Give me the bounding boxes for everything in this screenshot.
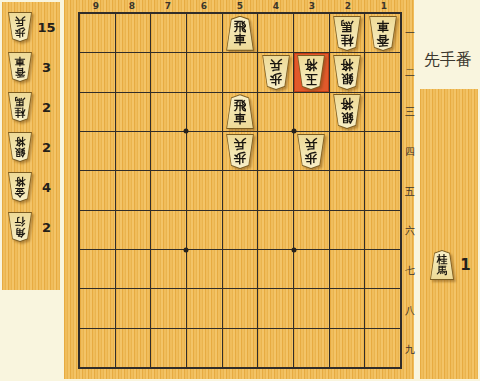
shogi-board: 987654321 飛車桂馬香車歩兵玉将銀将飛車銀将歩兵歩兵 一二三四五六七八九 xyxy=(64,0,414,379)
square-9-7[interactable] xyxy=(80,250,115,288)
rank-label-5: 五 xyxy=(404,185,416,199)
square-3-6[interactable] xyxy=(294,211,329,249)
gote-gold-piece[interactable]: 金将 xyxy=(7,172,33,202)
file-label-8: 8 xyxy=(114,0,150,12)
square-7-9[interactable] xyxy=(151,329,186,367)
square-8-1[interactable] xyxy=(116,14,151,52)
gote-knight-piece[interactable]: 桂馬 xyxy=(7,92,33,122)
square-7-8[interactable] xyxy=(151,289,186,327)
square-8-7[interactable] xyxy=(116,250,151,288)
square-6-2[interactable] xyxy=(187,53,222,91)
gote-hand-bishop-count: 2 xyxy=(33,220,60,235)
gote-hand-tray: 歩兵15香車3桂馬2銀将2金将4角行2 xyxy=(2,2,60,290)
piece-kanji: 飛車 xyxy=(226,17,254,50)
gote-silver-piece[interactable]: 銀将 xyxy=(332,94,362,129)
square-7-7[interactable] xyxy=(151,250,186,288)
square-1-8[interactable] xyxy=(365,289,400,327)
gote-silver-piece[interactable]: 銀将 xyxy=(332,55,362,90)
square-7-1[interactable] xyxy=(151,14,186,52)
square-3-2[interactable]: 玉将 xyxy=(294,53,329,91)
gote-lance-piece[interactable]: 香車 xyxy=(368,16,398,51)
star-point xyxy=(292,248,297,253)
square-4-5[interactable] xyxy=(258,171,293,209)
file-label-1: 1 xyxy=(366,0,402,12)
square-5-5[interactable] xyxy=(223,171,258,209)
square-5-6[interactable] xyxy=(223,211,258,249)
file-label-9: 9 xyxy=(78,0,114,12)
square-3-3[interactable] xyxy=(294,93,329,131)
gote-hand-gold: 金将4 xyxy=(2,167,60,207)
square-6-5[interactable] xyxy=(187,171,222,209)
piece-kanji: 玉将 xyxy=(297,56,325,89)
piece-kanji: 香車 xyxy=(8,53,32,81)
square-1-1[interactable]: 香車 xyxy=(365,14,400,52)
square-6-3[interactable] xyxy=(187,93,222,131)
file-label-6: 6 xyxy=(186,0,222,12)
square-4-7[interactable] xyxy=(258,250,293,288)
square-9-1[interactable] xyxy=(80,14,115,52)
gote-pawn-piece[interactable]: 歩兵 xyxy=(296,134,326,169)
square-3-4[interactable]: 歩兵 xyxy=(294,132,329,170)
square-3-8[interactable] xyxy=(294,289,329,327)
square-9-8[interactable] xyxy=(80,289,115,327)
piece-kanji: 桂馬 xyxy=(333,17,361,50)
gote-pawn-piece[interactable]: 歩兵 xyxy=(7,12,33,42)
piece-kanji: 銀将 xyxy=(333,95,361,128)
file-label-4: 4 xyxy=(258,0,294,12)
piece-kanji: 銀将 xyxy=(333,56,361,89)
square-4-4[interactable] xyxy=(258,132,293,170)
rank-label-7: 七 xyxy=(404,264,416,278)
square-8-3[interactable] xyxy=(116,93,151,131)
square-1-9[interactable] xyxy=(365,329,400,367)
square-8-5[interactable] xyxy=(116,171,151,209)
square-6-1[interactable] xyxy=(187,14,222,52)
star-point xyxy=(184,129,189,134)
star-point xyxy=(184,248,189,253)
sente-hand-knight: 桂馬1 xyxy=(424,247,476,283)
square-4-6[interactable] xyxy=(258,211,293,249)
shogi-diagram: 歩兵15香車3桂馬2銀将2金将4角行2 987654321 飛車桂馬香車歩兵玉将… xyxy=(0,0,480,381)
square-1-3[interactable] xyxy=(365,93,400,131)
square-6-4[interactable] xyxy=(187,132,222,170)
square-4-3[interactable] xyxy=(258,93,293,131)
gote-pawn-piece[interactable]: 歩兵 xyxy=(225,134,255,169)
square-9-9[interactable] xyxy=(80,329,115,367)
file-label-5: 5 xyxy=(222,0,258,12)
square-2-6[interactable] xyxy=(330,211,365,249)
star-point xyxy=(292,129,297,134)
gote-hand-lance: 香車3 xyxy=(2,47,60,87)
square-8-6[interactable] xyxy=(116,211,151,249)
square-7-5[interactable] xyxy=(151,171,186,209)
rank-label-2: 二 xyxy=(404,66,416,80)
square-2-4[interactable] xyxy=(330,132,365,170)
gote-hand-knight-count: 2 xyxy=(33,100,60,115)
square-3-9[interactable] xyxy=(294,329,329,367)
piece-kanji: 歩兵 xyxy=(8,13,32,41)
square-7-4[interactable] xyxy=(151,132,186,170)
square-8-8[interactable] xyxy=(116,289,151,327)
square-4-8[interactable] xyxy=(258,289,293,327)
square-5-2[interactable] xyxy=(223,53,258,91)
square-6-8[interactable] xyxy=(187,289,222,327)
square-1-2[interactable] xyxy=(365,53,400,91)
square-4-9[interactable] xyxy=(258,329,293,367)
turn-indicator: 先手番 xyxy=(424,50,472,71)
square-9-3[interactable] xyxy=(80,93,115,131)
square-6-9[interactable] xyxy=(187,329,222,367)
file-labels: 987654321 xyxy=(78,0,402,12)
square-2-7[interactable] xyxy=(330,250,365,288)
square-3-1[interactable] xyxy=(294,14,329,52)
gote-hand-pawn-count: 15 xyxy=(33,20,60,35)
square-4-1[interactable] xyxy=(258,14,293,52)
piece-kanji: 飛車 xyxy=(226,95,254,128)
square-2-2[interactable]: 銀将 xyxy=(330,53,365,91)
square-2-1[interactable]: 桂馬 xyxy=(330,14,365,52)
square-7-2[interactable] xyxy=(151,53,186,91)
gote-hand-silver-count: 2 xyxy=(33,140,60,155)
sente-hand-knight-count: 1 xyxy=(455,256,476,274)
square-9-5[interactable] xyxy=(80,171,115,209)
square-3-7[interactable] xyxy=(294,250,329,288)
square-9-2[interactable] xyxy=(80,53,115,91)
gote-bishop-piece[interactable]: 角行 xyxy=(7,212,33,242)
rank-label-9: 九 xyxy=(404,343,416,357)
square-3-5[interactable] xyxy=(294,171,329,209)
square-2-9[interactable] xyxy=(330,329,365,367)
gote-pawn-piece[interactable]: 歩兵 xyxy=(261,55,291,90)
piece-kanji: 桂馬 xyxy=(430,251,454,279)
gote-silver-piece[interactable]: 銀将 xyxy=(7,132,33,162)
gote-knight-piece[interactable]: 桂馬 xyxy=(332,16,362,51)
square-2-5[interactable] xyxy=(330,171,365,209)
square-7-3[interactable] xyxy=(151,93,186,131)
gote-lance-piece[interactable]: 香車 xyxy=(7,52,33,82)
square-8-9[interactable] xyxy=(116,329,151,367)
square-6-7[interactable] xyxy=(187,250,222,288)
square-5-4[interactable]: 歩兵 xyxy=(223,132,258,170)
sente-rook-piece[interactable]: 飛車 xyxy=(225,16,255,51)
gote-king-piece[interactable]: 玉将 xyxy=(296,55,326,90)
gote-hand-lance-count: 3 xyxy=(33,60,60,75)
gote-hand-bishop: 角行2 xyxy=(2,207,60,247)
rank-label-8: 八 xyxy=(404,304,416,318)
sente-hand-tray: 桂馬1 xyxy=(420,89,478,379)
piece-kanji: 歩兵 xyxy=(262,56,290,89)
gote-hand-knight: 桂馬2 xyxy=(2,87,60,127)
square-6-6[interactable] xyxy=(187,211,222,249)
square-1-7[interactable] xyxy=(365,250,400,288)
square-5-1[interactable]: 飛車 xyxy=(223,14,258,52)
piece-kanji: 桂馬 xyxy=(8,93,32,121)
gote-hand-pawn: 歩兵15 xyxy=(2,7,60,47)
piece-kanji: 角行 xyxy=(8,213,32,241)
rank-label-1: 一 xyxy=(404,26,416,40)
square-2-8[interactable] xyxy=(330,289,365,327)
file-label-2: 2 xyxy=(330,0,366,12)
square-7-6[interactable] xyxy=(151,211,186,249)
square-5-8[interactable] xyxy=(223,289,258,327)
piece-kanji: 銀将 xyxy=(8,133,32,161)
file-label-3: 3 xyxy=(294,0,330,12)
square-8-4[interactable] xyxy=(116,132,151,170)
rank-label-4: 四 xyxy=(404,145,416,159)
square-5-7[interactable] xyxy=(223,250,258,288)
file-label-7: 7 xyxy=(150,0,186,12)
square-2-3[interactable]: 銀将 xyxy=(330,93,365,131)
square-1-4[interactable] xyxy=(365,132,400,170)
square-4-2[interactable]: 歩兵 xyxy=(258,53,293,91)
gote-hand-gold-count: 4 xyxy=(33,180,60,195)
square-8-2[interactable] xyxy=(116,53,151,91)
sente-knight-piece[interactable]: 桂馬 xyxy=(429,250,455,280)
square-5-9[interactable] xyxy=(223,329,258,367)
gote-hand-silver: 銀将2 xyxy=(2,127,60,167)
piece-kanji: 歩兵 xyxy=(226,135,254,168)
square-9-6[interactable] xyxy=(80,211,115,249)
board-grid: 飛車桂馬香車歩兵玉将銀将飛車銀将歩兵歩兵 xyxy=(78,12,402,369)
square-1-6[interactable] xyxy=(365,211,400,249)
rank-label-6: 六 xyxy=(404,224,416,238)
square-1-5[interactable] xyxy=(365,171,400,209)
square-9-4[interactable] xyxy=(80,132,115,170)
sente-rook-piece[interactable]: 飛車 xyxy=(225,94,255,129)
square-5-3[interactable]: 飛車 xyxy=(223,93,258,131)
piece-kanji: 金将 xyxy=(8,173,32,201)
rank-label-3: 三 xyxy=(404,105,416,119)
